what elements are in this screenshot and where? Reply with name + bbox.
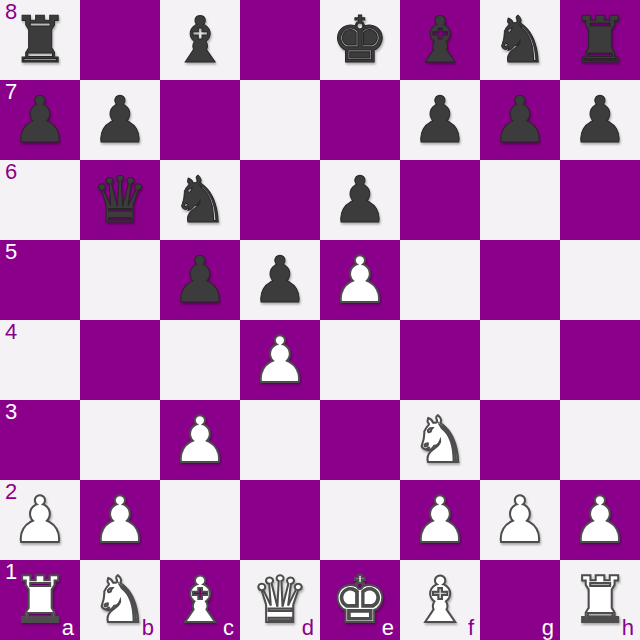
piece-white-pawn[interactable]: ♟ xyxy=(11,480,68,560)
square-a3[interactable]: 3 xyxy=(0,400,80,480)
piece-white-knight[interactable]: ♞ xyxy=(411,400,468,480)
piece-black-pawn[interactable]: ♟ xyxy=(571,80,628,160)
rank-label-1: 1 xyxy=(5,561,17,583)
square-d4[interactable]: ♟ xyxy=(240,320,320,400)
square-b4[interactable] xyxy=(80,320,160,400)
piece-white-king[interactable]: ♚ xyxy=(331,560,388,640)
square-e8[interactable]: ♚ xyxy=(320,0,400,80)
rank-label-4: 4 xyxy=(5,321,17,343)
square-b5[interactable] xyxy=(80,240,160,320)
piece-black-pawn[interactable]: ♟ xyxy=(411,80,468,160)
square-b6[interactable]: ♛ xyxy=(80,160,160,240)
piece-black-knight[interactable]: ♞ xyxy=(491,0,548,80)
file-label-b: b xyxy=(142,617,154,639)
square-d3[interactable] xyxy=(240,400,320,480)
square-g1[interactable]: g xyxy=(480,560,560,640)
square-c7[interactable] xyxy=(160,80,240,160)
chess-board: ♜8♝♚♝♞♜♟7♟♟♟♟6♛♞♟5♟♟♟4♟3♟♞♟2♟♟♟♟♜1a♞b♝c♛… xyxy=(0,0,640,640)
square-c3[interactable]: ♟ xyxy=(160,400,240,480)
square-b8[interactable] xyxy=(80,0,160,80)
piece-black-rook[interactable]: ♜ xyxy=(571,0,628,80)
square-b3[interactable] xyxy=(80,400,160,480)
square-d1[interactable]: ♛d xyxy=(240,560,320,640)
square-d5[interactable]: ♟ xyxy=(240,240,320,320)
square-g4[interactable] xyxy=(480,320,560,400)
square-f8[interactable]: ♝ xyxy=(400,0,480,80)
square-b1[interactable]: ♞b xyxy=(80,560,160,640)
square-b7[interactable]: ♟ xyxy=(80,80,160,160)
square-d2[interactable] xyxy=(240,480,320,560)
piece-black-pawn[interactable]: ♟ xyxy=(11,80,68,160)
piece-black-bishop[interactable]: ♝ xyxy=(171,0,228,80)
file-label-g: g xyxy=(542,617,554,639)
piece-black-queen[interactable]: ♛ xyxy=(91,160,148,240)
square-g2[interactable]: ♟ xyxy=(480,480,560,560)
square-g7[interactable]: ♟ xyxy=(480,80,560,160)
file-label-e: e xyxy=(382,617,394,639)
piece-white-pawn[interactable]: ♟ xyxy=(411,480,468,560)
piece-white-pawn[interactable]: ♟ xyxy=(171,400,228,480)
square-f7[interactable]: ♟ xyxy=(400,80,480,160)
square-h2[interactable]: ♟ xyxy=(560,480,640,560)
square-h8[interactable]: ♜ xyxy=(560,0,640,80)
square-e1[interactable]: ♚e xyxy=(320,560,400,640)
rank-label-7: 7 xyxy=(5,81,17,103)
rank-label-8: 8 xyxy=(5,1,17,23)
square-g5[interactable] xyxy=(480,240,560,320)
square-a1[interactable]: ♜1a xyxy=(0,560,80,640)
square-e6[interactable]: ♟ xyxy=(320,160,400,240)
square-h6[interactable] xyxy=(560,160,640,240)
square-f5[interactable] xyxy=(400,240,480,320)
file-label-h: h xyxy=(622,617,634,639)
square-g8[interactable]: ♞ xyxy=(480,0,560,80)
square-a7[interactable]: ♟7 xyxy=(0,80,80,160)
rank-label-3: 3 xyxy=(5,401,17,423)
piece-white-pawn[interactable]: ♟ xyxy=(491,480,548,560)
file-label-f: f xyxy=(468,617,474,639)
square-f4[interactable] xyxy=(400,320,480,400)
piece-black-pawn[interactable]: ♟ xyxy=(91,80,148,160)
square-c6[interactable]: ♞ xyxy=(160,160,240,240)
piece-white-pawn[interactable]: ♟ xyxy=(91,480,148,560)
square-e7[interactable] xyxy=(320,80,400,160)
piece-black-bishop[interactable]: ♝ xyxy=(411,0,468,80)
square-h3[interactable] xyxy=(560,400,640,480)
rank-label-6: 6 xyxy=(5,161,17,183)
square-g3[interactable] xyxy=(480,400,560,480)
square-d6[interactable] xyxy=(240,160,320,240)
square-e2[interactable] xyxy=(320,480,400,560)
square-c2[interactable] xyxy=(160,480,240,560)
piece-white-pawn[interactable]: ♟ xyxy=(251,320,308,400)
piece-black-pawn[interactable]: ♟ xyxy=(491,80,548,160)
square-c4[interactable] xyxy=(160,320,240,400)
file-label-d: d xyxy=(302,617,314,639)
square-f1[interactable]: ♝f xyxy=(400,560,480,640)
square-a8[interactable]: ♜8 xyxy=(0,0,80,80)
piece-black-knight[interactable]: ♞ xyxy=(171,160,228,240)
piece-black-rook[interactable]: ♜ xyxy=(11,0,68,80)
square-h1[interactable]: ♜h xyxy=(560,560,640,640)
piece-white-pawn[interactable]: ♟ xyxy=(331,240,388,320)
piece-white-rook[interactable]: ♜ xyxy=(571,560,628,640)
square-c8[interactable]: ♝ xyxy=(160,0,240,80)
square-h4[interactable] xyxy=(560,320,640,400)
square-f6[interactable] xyxy=(400,160,480,240)
square-a2[interactable]: ♟2 xyxy=(0,480,80,560)
square-f2[interactable]: ♟ xyxy=(400,480,480,560)
piece-black-pawn[interactable]: ♟ xyxy=(251,240,308,320)
square-h7[interactable]: ♟ xyxy=(560,80,640,160)
file-label-a: a xyxy=(62,617,74,639)
square-h5[interactable] xyxy=(560,240,640,320)
square-e4[interactable] xyxy=(320,320,400,400)
square-a4[interactable]: 4 xyxy=(0,320,80,400)
piece-black-king[interactable]: ♚ xyxy=(331,0,388,80)
square-c1[interactable]: ♝c xyxy=(160,560,240,640)
square-c5[interactable]: ♟ xyxy=(160,240,240,320)
square-e5[interactable]: ♟ xyxy=(320,240,400,320)
square-a5[interactable]: 5 xyxy=(0,240,80,320)
piece-white-bishop[interactable]: ♝ xyxy=(171,560,228,640)
piece-white-queen[interactable]: ♛ xyxy=(251,560,308,640)
square-b2[interactable]: ♟ xyxy=(80,480,160,560)
rank-label-5: 5 xyxy=(5,241,17,263)
rank-label-2: 2 xyxy=(5,481,17,503)
square-d7[interactable] xyxy=(240,80,320,160)
piece-white-knight[interactable]: ♞ xyxy=(91,560,148,640)
square-e3[interactable] xyxy=(320,400,400,480)
piece-white-pawn[interactable]: ♟ xyxy=(571,480,628,560)
square-f3[interactable]: ♞ xyxy=(400,400,480,480)
piece-black-pawn[interactable]: ♟ xyxy=(331,160,388,240)
piece-white-rook[interactable]: ♜ xyxy=(11,560,68,640)
piece-black-pawn[interactable]: ♟ xyxy=(171,240,228,320)
file-label-c: c xyxy=(223,617,234,639)
square-d8[interactable] xyxy=(240,0,320,80)
square-a6[interactable]: 6 xyxy=(0,160,80,240)
square-g6[interactable] xyxy=(480,160,560,240)
piece-white-bishop[interactable]: ♝ xyxy=(411,560,468,640)
